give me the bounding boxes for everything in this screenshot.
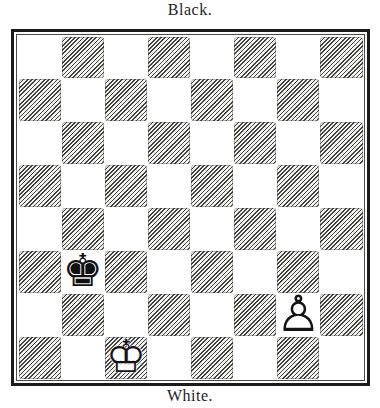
square-h5 bbox=[320, 165, 363, 208]
square-a4 bbox=[18, 208, 61, 251]
board-frame-inner: ♚♟♙♚♔ bbox=[16, 34, 365, 381]
square-d4 bbox=[147, 208, 190, 251]
square-c6 bbox=[104, 122, 147, 165]
black-king: ♚ bbox=[61, 250, 104, 293]
square-d5 bbox=[147, 165, 190, 208]
square-g4 bbox=[277, 208, 320, 251]
square-f5 bbox=[234, 165, 277, 208]
square-d3 bbox=[147, 250, 190, 293]
square-b5 bbox=[61, 165, 104, 208]
square-c3 bbox=[104, 250, 147, 293]
square-g1 bbox=[277, 336, 320, 379]
hatch-texture bbox=[234, 122, 276, 164]
white-pawn-outline-glyph: ♙ bbox=[277, 293, 320, 336]
square-f2 bbox=[234, 293, 277, 336]
square-b3: ♚ bbox=[61, 250, 104, 293]
hatch-texture bbox=[62, 122, 104, 164]
white-king-outline-glyph: ♔ bbox=[106, 336, 146, 379]
hatch-texture bbox=[320, 208, 362, 250]
square-a8 bbox=[18, 36, 61, 79]
square-b7 bbox=[61, 79, 104, 122]
square-a3 bbox=[18, 250, 61, 293]
hatch-texture bbox=[62, 208, 104, 250]
hatch-texture bbox=[320, 122, 362, 164]
square-b2 bbox=[61, 293, 104, 336]
square-e2 bbox=[191, 293, 234, 336]
square-d2 bbox=[147, 293, 190, 336]
square-f7 bbox=[234, 79, 277, 122]
hatch-texture bbox=[191, 337, 233, 379]
hatch-texture bbox=[234, 294, 276, 336]
square-b1 bbox=[61, 336, 104, 379]
square-f6 bbox=[234, 122, 277, 165]
square-e7 bbox=[191, 79, 234, 122]
hatch-texture bbox=[277, 165, 319, 207]
square-d6 bbox=[147, 122, 190, 165]
square-c5 bbox=[104, 165, 147, 208]
hatch-texture bbox=[19, 337, 61, 379]
square-c1: ♚♔ bbox=[104, 336, 147, 379]
square-h2 bbox=[320, 293, 363, 336]
board-frame-outer: ♚♟♙♚♔ bbox=[11, 29, 370, 386]
white-pawn: ♟♙ bbox=[277, 293, 320, 336]
square-a7 bbox=[18, 79, 61, 122]
black-king-glyph: ♚ bbox=[63, 250, 103, 293]
square-d7 bbox=[147, 79, 190, 122]
hatch-texture bbox=[62, 294, 104, 336]
hatch-texture bbox=[148, 122, 190, 164]
black-side-label: Black. bbox=[0, 1, 380, 19]
hatch-texture bbox=[148, 37, 190, 79]
square-e1 bbox=[191, 336, 234, 379]
hatch-texture bbox=[277, 79, 319, 121]
hatch-texture bbox=[19, 79, 61, 121]
hatch-texture bbox=[234, 37, 276, 79]
hatch-texture bbox=[191, 79, 233, 121]
square-d8 bbox=[147, 36, 190, 79]
hatch-texture bbox=[105, 251, 147, 293]
square-g2: ♟♙ bbox=[277, 293, 320, 336]
square-f8 bbox=[234, 36, 277, 79]
square-b6 bbox=[61, 122, 104, 165]
square-h4 bbox=[320, 208, 363, 251]
hatch-texture bbox=[234, 208, 276, 250]
hatch-texture bbox=[62, 37, 104, 79]
white-side-label: White. bbox=[0, 387, 380, 405]
chess-diagram-page: Black. ♚♟♙♚♔ White. bbox=[0, 0, 380, 408]
square-b8 bbox=[61, 36, 104, 79]
square-d1 bbox=[147, 336, 190, 379]
square-h7 bbox=[320, 79, 363, 122]
square-h3 bbox=[320, 250, 363, 293]
square-b4 bbox=[61, 208, 104, 251]
hatch-texture bbox=[19, 165, 61, 207]
square-a5 bbox=[18, 165, 61, 208]
square-a6 bbox=[18, 122, 61, 165]
hatch-texture bbox=[277, 251, 319, 293]
square-f3 bbox=[234, 250, 277, 293]
white-king: ♚♔ bbox=[104, 336, 147, 379]
board-grid: ♚♟♙♚♔ bbox=[18, 36, 363, 379]
square-a2 bbox=[18, 293, 61, 336]
hatch-texture bbox=[105, 79, 147, 121]
square-e4 bbox=[191, 208, 234, 251]
square-g8 bbox=[277, 36, 320, 79]
square-e3 bbox=[191, 250, 234, 293]
square-c7 bbox=[104, 79, 147, 122]
square-e6 bbox=[191, 122, 234, 165]
square-g3 bbox=[277, 250, 320, 293]
hatch-texture bbox=[148, 208, 190, 250]
square-f1 bbox=[234, 336, 277, 379]
square-g5 bbox=[277, 165, 320, 208]
hatch-texture bbox=[320, 294, 362, 336]
square-c4 bbox=[104, 208, 147, 251]
square-c8 bbox=[104, 36, 147, 79]
square-g7 bbox=[277, 79, 320, 122]
square-f4 bbox=[234, 208, 277, 251]
hatch-texture bbox=[105, 165, 147, 207]
hatch-texture bbox=[191, 165, 233, 207]
hatch-texture bbox=[277, 337, 319, 379]
square-h1 bbox=[320, 336, 363, 379]
square-e8 bbox=[191, 36, 234, 79]
square-a1 bbox=[18, 336, 61, 379]
hatch-texture bbox=[19, 251, 61, 293]
hatch-texture bbox=[320, 37, 362, 79]
square-e5 bbox=[191, 165, 234, 208]
hatch-texture bbox=[191, 251, 233, 293]
hatch-texture bbox=[148, 294, 190, 336]
square-g6 bbox=[277, 122, 320, 165]
square-h8 bbox=[320, 36, 363, 79]
square-h6 bbox=[320, 122, 363, 165]
square-c2 bbox=[104, 293, 147, 336]
